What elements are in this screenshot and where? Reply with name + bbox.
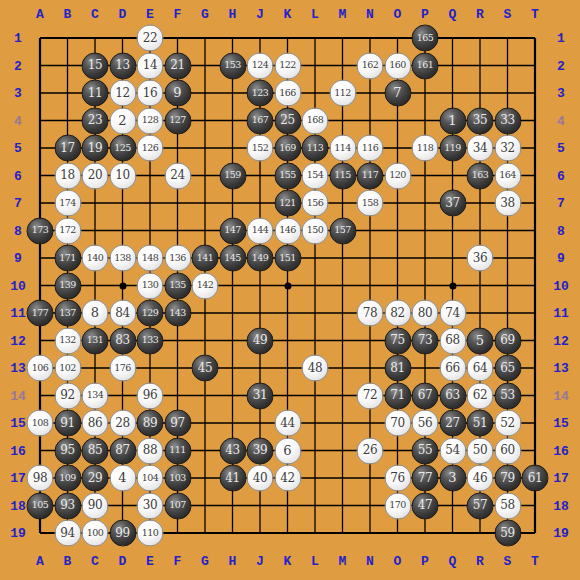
stone-white-166-K3[interactable]: 166 (274, 80, 301, 107)
move-number: 26 (363, 444, 378, 456)
stone-white-142-G10[interactable]: 142 (192, 272, 219, 299)
col-label-bottom-N: N (366, 555, 374, 568)
stone-white-60-S16[interactable]: 60 (494, 437, 521, 464)
stone-white-174-B7[interactable]: 174 (54, 190, 81, 217)
move-number: 114 (334, 143, 350, 153)
stone-white-120-O6[interactable]: 120 (384, 162, 411, 189)
col-label-bottom-A: A (36, 555, 44, 568)
col-label-top-Q: Q (449, 8, 457, 21)
stone-black-159-H6[interactable]: 159 (219, 162, 246, 189)
stone-white-168-L4[interactable]: 168 (302, 107, 329, 134)
stone-black-177-A11[interactable]: 177 (27, 300, 54, 327)
move-number: 131 (87, 335, 103, 345)
stone-black-59-S19[interactable]: 59 (494, 520, 521, 547)
stone-white-42-K17[interactable]: 42 (274, 465, 301, 492)
stone-black-109-B17[interactable]: 109 (54, 465, 81, 492)
stone-black-3-Q17[interactable]: 3 (439, 465, 466, 492)
stone-white-86-C15[interactable]: 86 (82, 410, 109, 437)
move-number: 85 (88, 444, 103, 456)
move-number: 109 (59, 473, 75, 483)
move-number: 67 (418, 389, 433, 401)
move-number: 75 (390, 334, 405, 346)
stone-black-47-P18[interactable]: 47 (412, 492, 439, 519)
stone-black-85-C16[interactable]: 85 (82, 437, 109, 464)
col-label-top-A: A (36, 8, 44, 21)
move-number: 68 (445, 334, 460, 346)
stone-white-72-N14[interactable]: 72 (357, 382, 384, 409)
move-number: 40 (253, 472, 268, 484)
move-number: 54 (445, 444, 460, 456)
stone-white-144-J8[interactable]: 144 (247, 217, 274, 244)
stone-black-77-P17[interactable]: 77 (412, 465, 439, 492)
row-label-left-2: 2 (14, 59, 22, 72)
stone-white-132-B12[interactable]: 132 (54, 327, 81, 354)
stone-white-112-M3[interactable]: 112 (329, 80, 356, 107)
stone-black-21-F2[interactable]: 21 (164, 52, 191, 79)
col-label-top-L: L (311, 8, 319, 21)
stone-white-78-N11[interactable]: 78 (357, 300, 384, 327)
move-number: 5 (476, 334, 484, 347)
stone-white-66-Q13[interactable]: 66 (439, 355, 466, 382)
move-number: 119 (444, 143, 460, 153)
stone-black-149-J9[interactable]: 149 (247, 245, 274, 272)
row-label-left-1: 1 (14, 32, 22, 45)
row-label-left-4: 4 (14, 114, 22, 127)
stone-black-67-P14[interactable]: 67 (412, 382, 439, 409)
stone-black-105-A18[interactable]: 105 (27, 492, 54, 519)
move-number: 22 (143, 32, 158, 44)
move-number: 44 (280, 417, 295, 429)
move-number: 1 (448, 114, 456, 127)
stone-black-1-Q4[interactable]: 1 (439, 107, 466, 134)
stone-black-153-H2[interactable]: 153 (219, 52, 246, 79)
stone-black-15-C2[interactable]: 15 (82, 52, 109, 79)
stone-black-123-J3[interactable]: 123 (247, 80, 274, 107)
stone-black-69-S12[interactable]: 69 (494, 327, 521, 354)
move-number: 165 (417, 33, 433, 43)
stone-black-11-C3[interactable]: 11 (82, 80, 109, 107)
move-number: 157 (334, 225, 350, 235)
stone-black-31-J14[interactable]: 31 (247, 382, 274, 409)
move-number: 145 (224, 253, 240, 263)
row-label-left-14: 14 (10, 389, 26, 402)
move-number: 34 (473, 142, 488, 154)
row-label-left-13: 13 (10, 362, 26, 375)
row-label-left-10: 10 (10, 279, 26, 292)
stone-black-137-B11[interactable]: 137 (54, 300, 81, 327)
stone-black-127-F4[interactable]: 127 (164, 107, 191, 134)
stone-black-99-D19[interactable]: 99 (109, 520, 136, 547)
stone-white-36-R9[interactable]: 36 (467, 245, 494, 272)
row-label-left-17: 17 (10, 472, 26, 485)
stone-white-128-E4[interactable]: 128 (137, 107, 164, 134)
move-number: 174 (59, 198, 75, 208)
stone-black-7-O3[interactable]: 7 (384, 80, 411, 107)
move-number: 173 (32, 225, 48, 235)
stone-white-160-O2[interactable]: 160 (384, 52, 411, 79)
move-number: 32 (500, 142, 515, 154)
stone-white-98-A17[interactable]: 98 (27, 465, 54, 492)
move-number: 148 (142, 253, 158, 263)
stone-white-34-R5[interactable]: 34 (467, 135, 494, 162)
stone-black-103-F17[interactable]: 103 (164, 465, 191, 492)
stone-white-20-C6[interactable]: 20 (82, 162, 109, 189)
move-number: 62 (473, 389, 488, 401)
stone-white-88-E16[interactable]: 88 (137, 437, 164, 464)
row-label-right-6: 6 (557, 169, 565, 182)
stone-black-35-R4[interactable]: 35 (467, 107, 494, 134)
col-label-top-M: M (339, 8, 347, 21)
stone-black-9-F3[interactable]: 9 (164, 80, 191, 107)
stone-white-152-J5[interactable]: 152 (247, 135, 274, 162)
move-number: 92 (60, 389, 75, 401)
stone-black-145-H9[interactable]: 145 (219, 245, 246, 272)
move-number: 80 (418, 307, 433, 319)
stone-white-140-C9[interactable]: 140 (82, 245, 109, 272)
stone-white-124-J2[interactable]: 124 (247, 52, 274, 79)
stone-white-8-C11[interactable]: 8 (82, 300, 109, 327)
star-point-K10 (284, 282, 291, 289)
stone-white-176-D13[interactable]: 176 (109, 355, 136, 382)
stone-black-73-P12[interactable]: 73 (412, 327, 439, 354)
stone-white-28-D15[interactable]: 28 (109, 410, 136, 437)
stone-black-121-K7[interactable]: 121 (274, 190, 301, 217)
stone-black-37-Q7[interactable]: 37 (439, 190, 466, 217)
move-number: 126 (142, 143, 158, 153)
move-number: 59 (500, 527, 515, 539)
stone-black-39-J16[interactable]: 39 (247, 437, 274, 464)
stone-white-68-Q12[interactable]: 68 (439, 327, 466, 354)
col-label-top-B: B (64, 8, 72, 21)
stone-black-147-H8[interactable]: 147 (219, 217, 246, 244)
stone-white-64-R13[interactable]: 64 (467, 355, 494, 382)
move-number: 89 (143, 417, 158, 429)
move-number: 154 (307, 170, 323, 180)
move-number: 105 (32, 500, 48, 510)
stone-white-96-E14[interactable]: 96 (137, 382, 164, 409)
move-number: 121 (279, 198, 295, 208)
stone-black-61-T17[interactable]: 61 (522, 465, 549, 492)
stone-white-136-F9[interactable]: 136 (164, 245, 191, 272)
stone-black-93-B18[interactable]: 93 (54, 492, 81, 519)
stone-black-63-Q14[interactable]: 63 (439, 382, 466, 409)
move-number: 112 (334, 88, 350, 98)
stone-white-126-E5[interactable]: 126 (137, 135, 164, 162)
stone-white-14-E2[interactable]: 14 (137, 52, 164, 79)
col-label-bottom-G: G (201, 555, 209, 568)
stone-black-111-F16[interactable]: 111 (164, 437, 191, 464)
move-number: 96 (143, 389, 158, 401)
move-number: 116 (362, 143, 378, 153)
stone-white-118-P5[interactable]: 118 (412, 135, 439, 162)
row-label-right-3: 3 (557, 87, 565, 100)
go-board[interactable]: AABBCCDDEEFFGGHHJJKKLLMMNNOOPPQQRRSSTT11… (0, 0, 580, 580)
move-number: 168 (307, 115, 323, 125)
stone-white-162-N2[interactable]: 162 (357, 52, 384, 79)
col-label-top-J: J (256, 8, 264, 21)
stone-black-13-D2[interactable]: 13 (109, 52, 136, 79)
col-label-top-E: E (146, 8, 154, 21)
stone-white-154-L6[interactable]: 154 (302, 162, 329, 189)
move-number: 86 (88, 417, 103, 429)
stone-white-170-O18[interactable]: 170 (384, 492, 411, 519)
stone-black-41-H17[interactable]: 41 (219, 465, 246, 492)
stone-white-172-B8[interactable]: 172 (54, 217, 81, 244)
stone-black-19-C5[interactable]: 19 (82, 135, 109, 162)
move-number: 77 (418, 472, 433, 484)
stone-white-110-E19[interactable]: 110 (137, 520, 164, 547)
move-number: 138 (114, 253, 130, 263)
stone-black-157-M8[interactable]: 157 (329, 217, 356, 244)
stone-white-44-K15[interactable]: 44 (274, 410, 301, 437)
move-number: 31 (253, 389, 268, 401)
stone-black-81-O13[interactable]: 81 (384, 355, 411, 382)
stone-black-131-C12[interactable]: 131 (82, 327, 109, 354)
row-label-right-13: 13 (553, 362, 569, 375)
row-label-right-2: 2 (557, 59, 565, 72)
move-number: 152 (252, 143, 268, 153)
move-number: 87 (115, 444, 130, 456)
move-number: 79 (500, 472, 515, 484)
stone-black-49-J12[interactable]: 49 (247, 327, 274, 354)
move-number: 147 (224, 225, 240, 235)
move-number: 128 (142, 115, 158, 125)
stone-white-10-D6[interactable]: 10 (109, 162, 136, 189)
stone-white-130-E10[interactable]: 130 (137, 272, 164, 299)
stone-black-43-H16[interactable]: 43 (219, 437, 246, 464)
stone-black-55-P16[interactable]: 55 (412, 437, 439, 464)
stone-black-169-K5[interactable]: 169 (274, 135, 301, 162)
stone-black-125-D5[interactable]: 125 (109, 135, 136, 162)
stone-white-24-F6[interactable]: 24 (164, 162, 191, 189)
stone-white-18-B6[interactable]: 18 (54, 162, 81, 189)
stone-white-122-K2[interactable]: 122 (274, 52, 301, 79)
stone-white-156-L7[interactable]: 156 (302, 190, 329, 217)
row-label-left-19: 19 (10, 527, 26, 540)
move-number: 95 (60, 444, 75, 456)
move-number: 20 (88, 169, 103, 181)
stone-black-167-J4[interactable]: 167 (247, 107, 274, 134)
stone-black-165-P1[interactable]: 165 (412, 25, 439, 52)
stone-white-82-O11[interactable]: 82 (384, 300, 411, 327)
stone-black-57-R18[interactable]: 57 (467, 492, 494, 519)
stone-black-53-S14[interactable]: 53 (494, 382, 521, 409)
stone-black-171-B9[interactable]: 171 (54, 245, 81, 272)
move-number: 161 (417, 60, 433, 70)
stone-white-134-C14[interactable]: 134 (82, 382, 109, 409)
stone-white-114-M5[interactable]: 114 (329, 135, 356, 162)
stone-black-89-E15[interactable]: 89 (137, 410, 164, 437)
stone-white-92-B14[interactable]: 92 (54, 382, 81, 409)
move-number: 159 (224, 170, 240, 180)
move-number: 104 (142, 473, 158, 483)
stone-black-143-F11[interactable]: 143 (164, 300, 191, 327)
stone-black-97-F15[interactable]: 97 (164, 410, 191, 437)
stone-white-80-P11[interactable]: 80 (412, 300, 439, 327)
row-label-left-8: 8 (14, 224, 22, 237)
col-label-bottom-O: O (394, 555, 402, 568)
stone-black-5-R12[interactable]: 5 (467, 327, 494, 354)
move-number: 150 (307, 225, 323, 235)
move-number: 8 (91, 306, 99, 319)
move-number: 64 (473, 362, 488, 374)
stone-white-38-S7[interactable]: 38 (494, 190, 521, 217)
move-number: 137 (59, 308, 75, 318)
stone-black-151-K9[interactable]: 151 (274, 245, 301, 272)
move-number: 52 (500, 417, 515, 429)
stone-white-6-K16[interactable]: 6 (274, 437, 301, 464)
stone-black-79-S17[interactable]: 79 (494, 465, 521, 492)
stone-white-54-Q16[interactable]: 54 (439, 437, 466, 464)
stone-white-76-O17[interactable]: 76 (384, 465, 411, 492)
stone-white-102-B13[interactable]: 102 (54, 355, 81, 382)
move-number: 122 (279, 60, 295, 70)
move-number: 167 (252, 115, 268, 125)
col-label-top-K: K (284, 8, 292, 21)
stone-black-65-S13[interactable]: 65 (494, 355, 521, 382)
row-label-left-15: 15 (10, 417, 26, 430)
move-number: 48 (308, 362, 323, 374)
move-number: 93 (60, 499, 75, 511)
move-number: 177 (32, 308, 48, 318)
row-label-right-8: 8 (557, 224, 565, 237)
stone-black-87-D16[interactable]: 87 (109, 437, 136, 464)
move-number: 43 (225, 444, 240, 456)
col-label-bottom-R: R (476, 555, 484, 568)
stone-black-141-G9[interactable]: 141 (192, 245, 219, 272)
stone-black-27-Q15[interactable]: 27 (439, 410, 466, 437)
stone-white-50-R16[interactable]: 50 (467, 437, 494, 464)
move-number: 58 (500, 499, 515, 511)
stone-black-91-B15[interactable]: 91 (54, 410, 81, 437)
move-number: 139 (59, 280, 75, 290)
move-number: 65 (500, 362, 515, 374)
stone-black-119-Q5[interactable]: 119 (439, 135, 466, 162)
move-number: 132 (59, 335, 75, 345)
stone-white-40-J17[interactable]: 40 (247, 465, 274, 492)
stone-white-146-K8[interactable]: 146 (274, 217, 301, 244)
stone-black-133-E12[interactable]: 133 (137, 327, 164, 354)
stone-white-74-Q11[interactable]: 74 (439, 300, 466, 327)
stone-black-115-M6[interactable]: 115 (329, 162, 356, 189)
stone-black-45-G13[interactable]: 45 (192, 355, 219, 382)
move-number: 94 (60, 527, 75, 539)
stone-black-139-B10[interactable]: 139 (54, 272, 81, 299)
stone-black-71-O14[interactable]: 71 (384, 382, 411, 409)
row-label-left-18: 18 (10, 499, 26, 512)
stone-black-117-N6[interactable]: 117 (357, 162, 384, 189)
move-number: 45 (198, 362, 213, 374)
move-number: 6 (283, 444, 291, 457)
stone-black-163-R6[interactable]: 163 (467, 162, 494, 189)
move-number: 100 (87, 528, 103, 538)
stone-white-150-L8[interactable]: 150 (302, 217, 329, 244)
move-number: 155 (279, 170, 295, 180)
row-label-left-9: 9 (14, 252, 22, 265)
move-number: 124 (252, 60, 268, 70)
stone-black-75-O12[interactable]: 75 (384, 327, 411, 354)
stone-black-95-B16[interactable]: 95 (54, 437, 81, 464)
stone-white-22-E1[interactable]: 22 (137, 25, 164, 52)
stone-white-138-D9[interactable]: 138 (109, 245, 136, 272)
move-number: 25 (280, 114, 295, 126)
stone-white-62-R14[interactable]: 62 (467, 382, 494, 409)
row-label-right-18: 18 (553, 499, 569, 512)
row-label-left-7: 7 (14, 197, 22, 210)
stone-white-30-E18[interactable]: 30 (137, 492, 164, 519)
stone-white-32-S5[interactable]: 32 (494, 135, 521, 162)
stone-white-48-L13[interactable]: 48 (302, 355, 329, 382)
stone-white-94-B19[interactable]: 94 (54, 520, 81, 547)
stone-white-108-A15[interactable]: 108 (27, 410, 54, 437)
move-number: 12 (115, 87, 130, 99)
stone-white-16-E3[interactable]: 16 (137, 80, 164, 107)
stone-black-129-E11[interactable]: 129 (137, 300, 164, 327)
stone-black-83-D12[interactable]: 83 (109, 327, 136, 354)
stone-black-33-S4[interactable]: 33 (494, 107, 521, 134)
move-number: 46 (473, 472, 488, 484)
stone-white-148-E9[interactable]: 148 (137, 245, 164, 272)
stone-white-164-S6[interactable]: 164 (494, 162, 521, 189)
move-number: 61 (528, 472, 543, 484)
col-label-top-R: R (476, 8, 484, 21)
stone-black-25-K4[interactable]: 25 (274, 107, 301, 134)
stone-white-104-E17[interactable]: 104 (137, 465, 164, 492)
stone-black-51-R15[interactable]: 51 (467, 410, 494, 437)
stone-black-29-C17[interactable]: 29 (82, 465, 109, 492)
move-number: 70 (390, 417, 405, 429)
stone-white-90-C18[interactable]: 90 (82, 492, 109, 519)
stone-white-158-N7[interactable]: 158 (357, 190, 384, 217)
stone-white-46-R17[interactable]: 46 (467, 465, 494, 492)
stone-white-100-C19[interactable]: 100 (82, 520, 109, 547)
move-number: 2 (118, 114, 126, 127)
stone-white-4-D17[interactable]: 4 (109, 465, 136, 492)
row-label-right-10: 10 (553, 279, 569, 292)
stone-white-56-P15[interactable]: 56 (412, 410, 439, 437)
stone-white-26-N16[interactable]: 26 (357, 437, 384, 464)
move-number: 113 (307, 143, 323, 153)
move-number: 170 (389, 500, 405, 510)
stone-white-106-A13[interactable]: 106 (27, 355, 54, 382)
move-number: 90 (88, 499, 103, 511)
move-number: 69 (500, 334, 515, 346)
stone-white-84-D11[interactable]: 84 (109, 300, 136, 327)
stone-black-135-F10[interactable]: 135 (164, 272, 191, 299)
stone-black-155-K6[interactable]: 155 (274, 162, 301, 189)
stone-white-2-D4[interactable]: 2 (109, 107, 136, 134)
row-label-right-7: 7 (557, 197, 565, 210)
stone-black-173-A8[interactable]: 173 (27, 217, 54, 244)
stone-black-161-P2[interactable]: 161 (412, 52, 439, 79)
row-label-right-11: 11 (553, 307, 569, 320)
stone-white-12-D3[interactable]: 12 (109, 80, 136, 107)
move-number: 3 (448, 471, 456, 484)
stone-white-70-O15[interactable]: 70 (384, 410, 411, 437)
stone-black-107-F18[interactable]: 107 (164, 492, 191, 519)
stone-black-113-L5[interactable]: 113 (302, 135, 329, 162)
stone-black-23-C4[interactable]: 23 (82, 107, 109, 134)
row-label-right-1: 1 (557, 32, 565, 45)
stone-white-58-S18[interactable]: 58 (494, 492, 521, 519)
move-number: 73 (418, 334, 433, 346)
move-number: 146 (279, 225, 295, 235)
stone-white-52-S15[interactable]: 52 (494, 410, 521, 437)
move-number: 29 (88, 472, 103, 484)
stone-white-116-N5[interactable]: 116 (357, 135, 384, 162)
move-number: 63 (445, 389, 460, 401)
stone-black-17-B5[interactable]: 17 (54, 135, 81, 162)
